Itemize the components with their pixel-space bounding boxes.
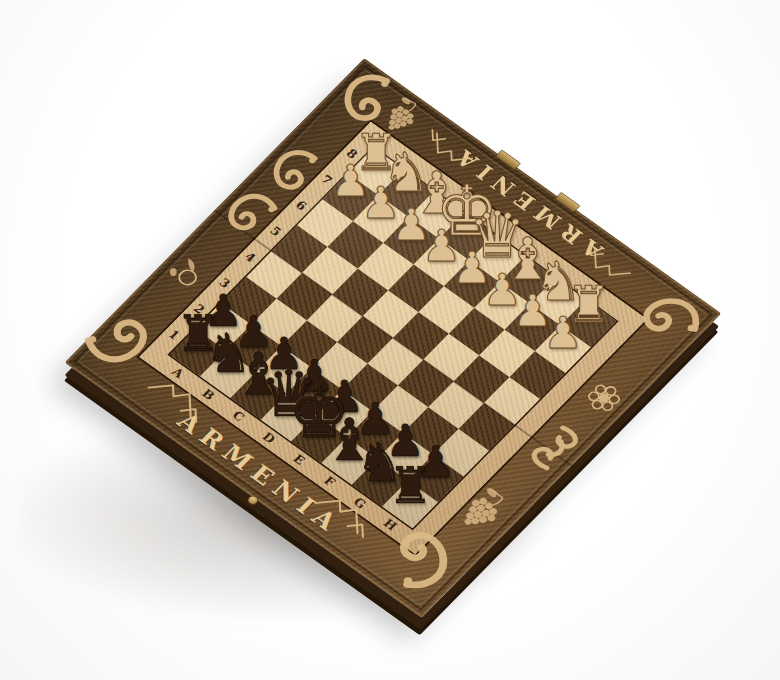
photo-background: ARMENIA ARMENIA 12345678 ABCDEFGH ♜♞♝♚♛♝… bbox=[0, 0, 780, 680]
piece-dark-rook[interactable]: ♜ bbox=[388, 460, 433, 510]
piece-light-pawn[interactable]: ♟ bbox=[543, 311, 582, 355]
